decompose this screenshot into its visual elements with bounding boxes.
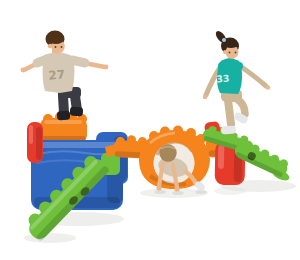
ground-shadow	[214, 187, 246, 195]
boy-shoe-right	[70, 107, 84, 117]
boy-ear	[48, 44, 52, 48]
foot-shadow	[195, 190, 207, 194]
boy-shirt-print: 27	[48, 67, 66, 82]
boy-eye	[55, 46, 57, 48]
girl-arm-right	[240, 66, 266, 86]
boy-leg-left	[63, 96, 64, 113]
boy-left: 27	[21, 31, 109, 121]
hand-shadow	[172, 191, 184, 195]
girl-hair-tie	[222, 38, 226, 42]
boy-fringe	[49, 36, 64, 44]
product-photo: Three children balancing and crawling on…	[0, 0, 300, 260]
play-set-scene: Three children balancing and crawling on…	[0, 0, 300, 260]
hand-shadow	[154, 190, 166, 194]
girl-right: 33	[203, 29, 270, 134]
boy-hand-left	[21, 68, 26, 73]
child-hand-left	[156, 185, 161, 190]
girl-fringe	[224, 41, 238, 48]
boy-hand-right	[104, 65, 109, 70]
block-highlight	[218, 144, 224, 169]
boy-sleeve-right	[72, 60, 85, 63]
girl-hand-right	[266, 85, 270, 89]
block-highlight	[29, 125, 33, 144]
girl-leg-near	[228, 100, 231, 124]
block-shading	[36, 127, 42, 160]
girl-eye	[235, 52, 237, 54]
girl-hand-left	[203, 95, 207, 99]
girl-shirt-print: 33	[216, 73, 230, 85]
boy-shoe-left	[57, 111, 71, 121]
boy-eye	[61, 46, 63, 48]
girl-ear	[223, 50, 227, 54]
block-highlight	[44, 120, 82, 124]
red-pad-left	[27, 122, 43, 163]
girl-eye	[229, 52, 231, 54]
girl-leg-far	[237, 99, 245, 114]
girl-shoe-near	[221, 126, 236, 135]
child-hand-right	[174, 186, 179, 191]
